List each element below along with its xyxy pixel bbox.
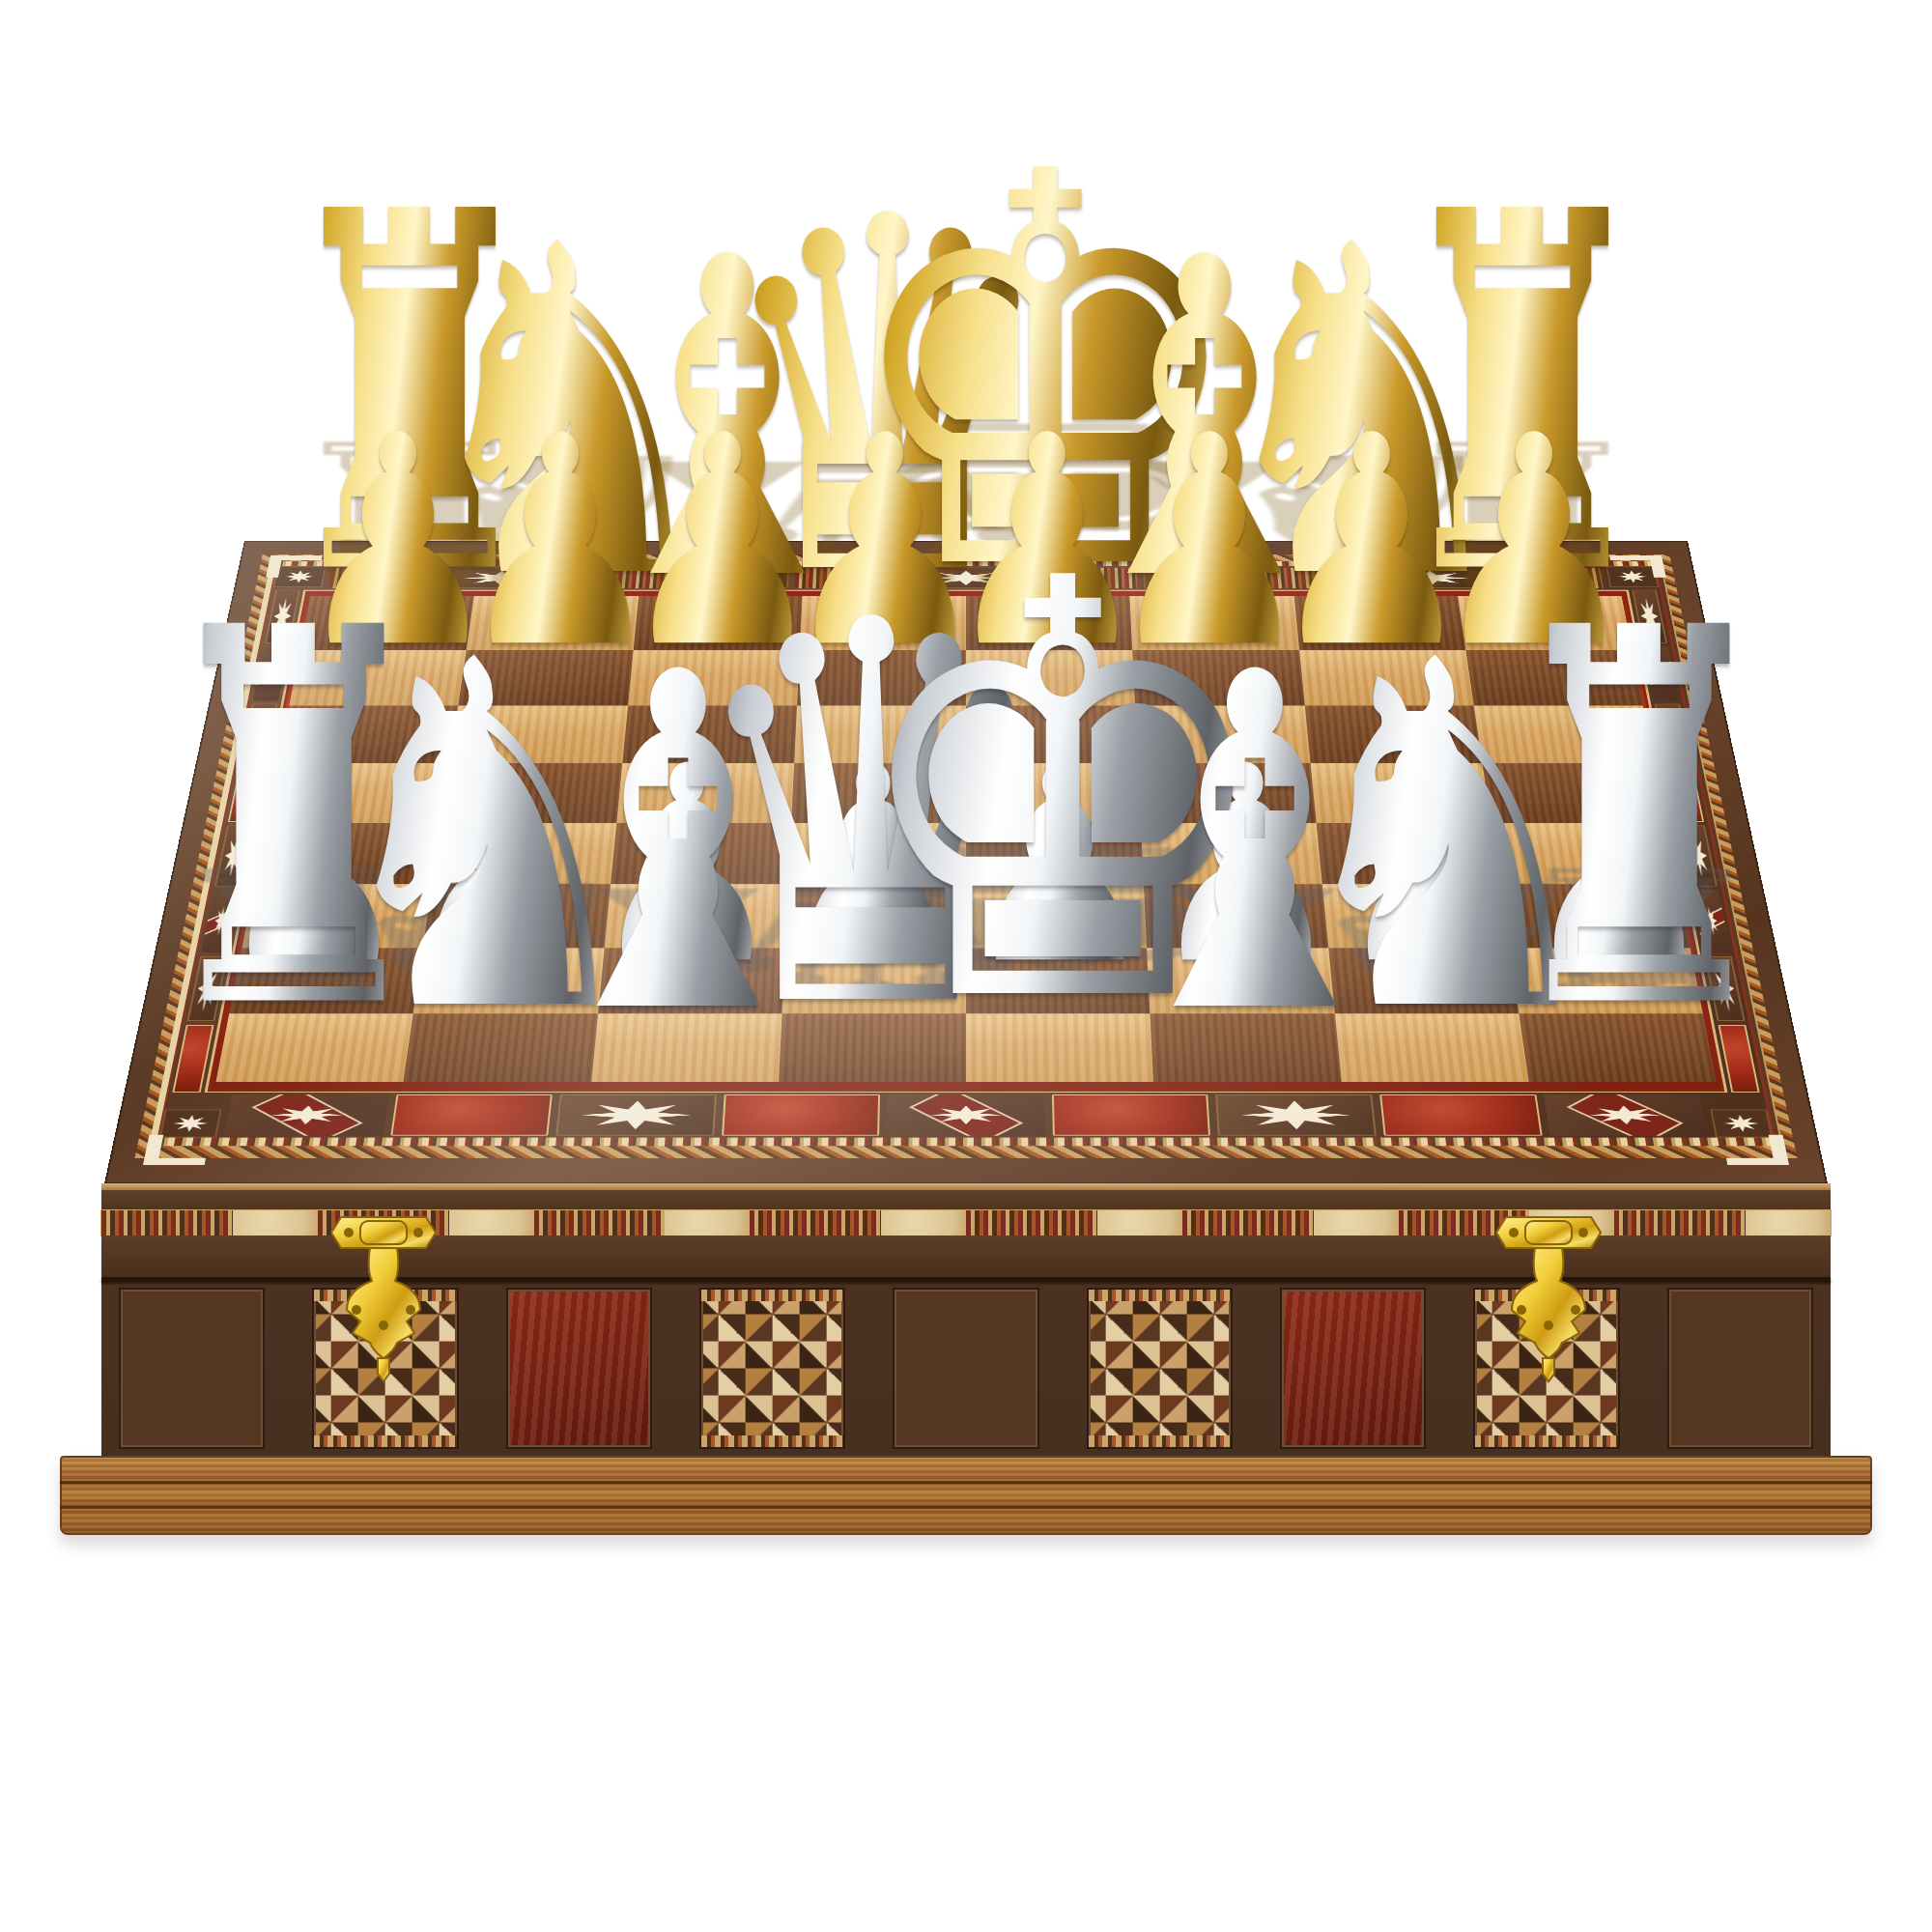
chess-piece-silver-rook[interactable]: ♜: [1495, 562, 1782, 1079]
piece-layer: ♜♜♞♞♝♝♛♛♚♚♝♝♞♞♜♜♟♟♟♟♟♟♟♟♟♟♟♟♟♟♟♟♟♟♟♟♟♟♟♟…: [0, 0, 1932, 1932]
front-top-edge: [101, 1183, 1831, 1190]
corner-key-motif: [1716, 1132, 1789, 1165]
lid-band-block-stripe: [1182, 1210, 1314, 1236]
front-panel-red-wood: [1280, 1288, 1426, 1449]
front-panel-walnut: [119, 1288, 265, 1449]
lid-band-block-stripe: [101, 1210, 233, 1236]
lid-band-block-cream: [881, 1210, 966, 1236]
clasp-left-latch-icon: [327, 1209, 440, 1387]
front-panel-red-wood: [506, 1288, 652, 1449]
corner-key-motif: [143, 1132, 216, 1165]
lid-band-block-cream: [233, 1210, 318, 1236]
front-panel-star-mosaic: [699, 1288, 845, 1449]
lid-band-block-stripe: [1614, 1210, 1746, 1236]
lid-band-block-stripe: [534, 1210, 666, 1236]
product-photo: ♜♜♞♞♝♝♛♛♚♚♝♝♞♞♜♜♟♟♟♟♟♟♟♟♟♟♟♟♟♟♟♟♟♟♟♟♟♟♟♟…: [0, 0, 1932, 1932]
front-panel-walnut: [893, 1288, 1038, 1449]
lid-band-block-cream: [665, 1210, 750, 1236]
front-panel-star-mosaic: [1087, 1288, 1233, 1449]
lid-band-block-stripe: [750, 1210, 881, 1236]
lid-side: [101, 1190, 1831, 1210]
lid-band-block-cream: [449, 1210, 534, 1236]
clasp-right-latch-icon: [1492, 1209, 1605, 1387]
lid-band-block-cream: [1746, 1210, 1831, 1236]
lid-band-block-stripe: [966, 1210, 1097, 1236]
lid-band-block-cream: [1314, 1210, 1399, 1236]
front-panel-walnut: [1667, 1288, 1813, 1449]
lid-band-block-cream: [1097, 1210, 1182, 1236]
plinth-base: [60, 1456, 1872, 1535]
